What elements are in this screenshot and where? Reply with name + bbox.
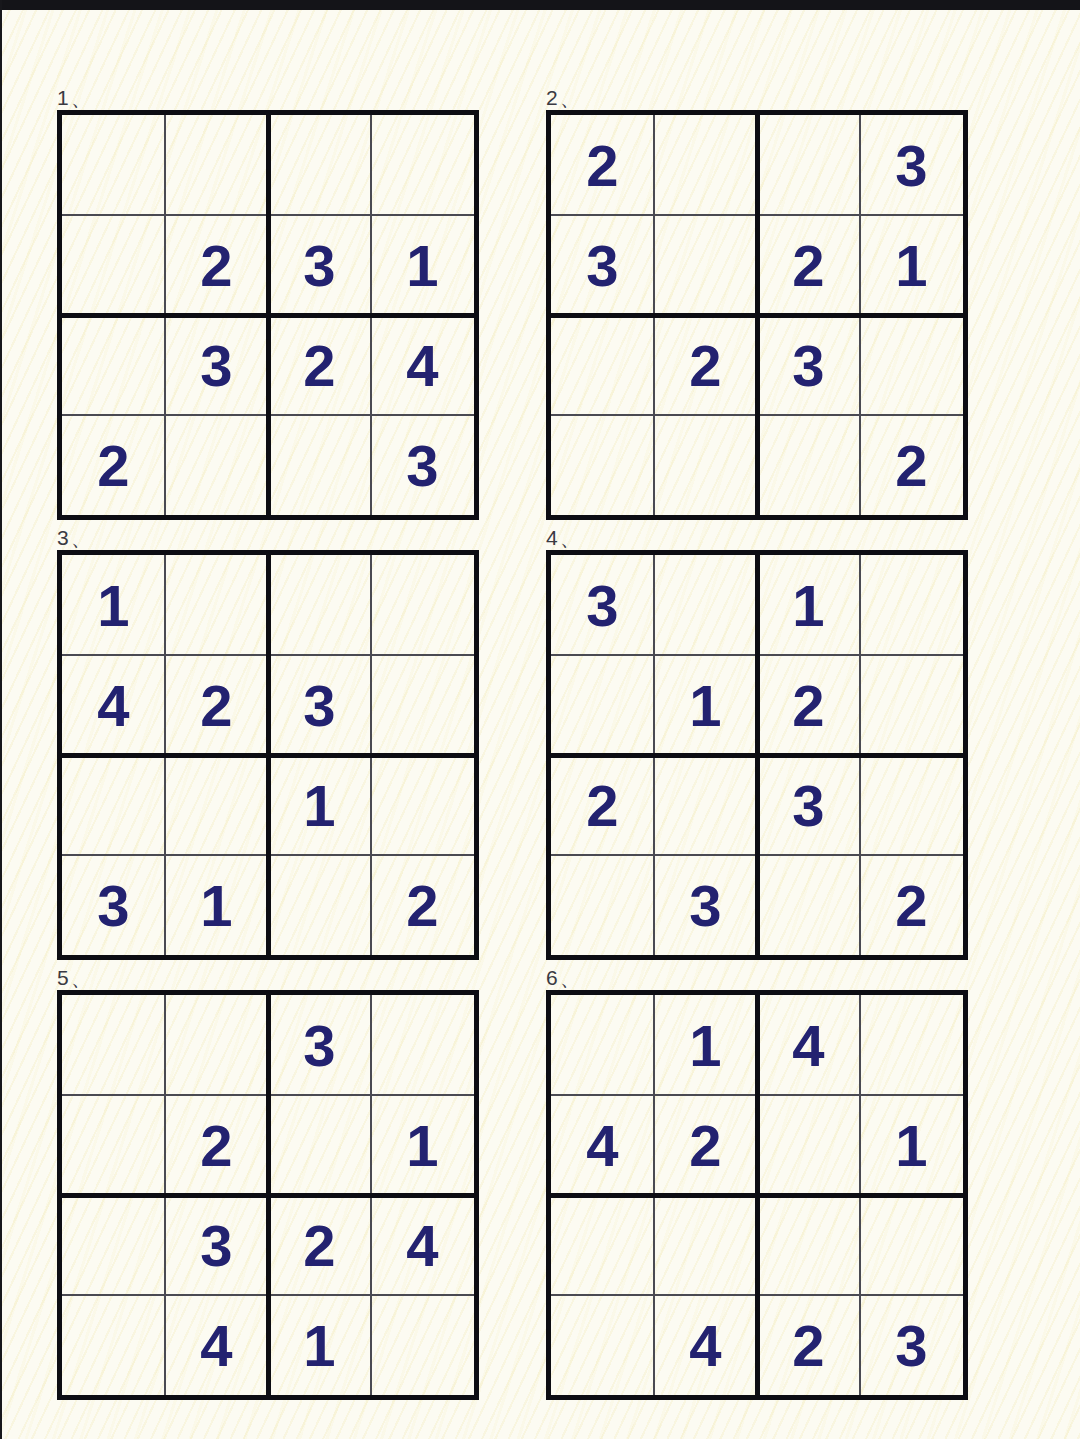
- puzzle-4-label: 4、: [546, 526, 968, 550]
- puzzle-6-board: 14421423: [546, 990, 968, 1400]
- puzzle-2-cell-r3c3: 3: [757, 315, 860, 415]
- puzzle-4-cell-r4c2: 3: [654, 855, 757, 955]
- puzzle-3-label: 3、: [57, 526, 479, 550]
- puzzle-3-board: 14231312: [57, 550, 479, 960]
- puzzle-3-cell-r3c3: 1: [268, 755, 371, 855]
- puzzle-1-cell-r4c1: 2: [62, 415, 165, 515]
- puzzle-6-cell-r1c1[interactable]: [551, 995, 654, 1095]
- puzzle-6-cell-r1c2: 1: [654, 995, 757, 1095]
- puzzle-4-cell-r2c3: 2: [757, 655, 860, 755]
- puzzle-4-cell-r1c1: 3: [551, 555, 654, 655]
- puzzle-5-cell-r4c3: 1: [268, 1295, 371, 1395]
- puzzle-6-cell-r1c4[interactable]: [860, 995, 963, 1095]
- puzzle-3-cell-r1c3[interactable]: [268, 555, 371, 655]
- puzzle-1-cell-r1c2[interactable]: [165, 115, 268, 215]
- top-border-bar: [0, 0, 1080, 10]
- puzzle-6-cell-r4c2: 4: [654, 1295, 757, 1395]
- puzzle-2-cell-r4c1[interactable]: [551, 415, 654, 515]
- puzzle-2-cell-r1c2[interactable]: [654, 115, 757, 215]
- puzzle-3: 3、 14231312: [57, 526, 479, 960]
- puzzle-1-cell-r1c4[interactable]: [371, 115, 474, 215]
- puzzle-2-cell-r1c4: 3: [860, 115, 963, 215]
- puzzle-5-cell-r1c1[interactable]: [62, 995, 165, 1095]
- puzzle-5: 5、 32132441: [57, 966, 479, 1400]
- puzzle-1-cell-r3c4: 4: [371, 315, 474, 415]
- puzzle-4-cell-r4c3[interactable]: [757, 855, 860, 955]
- puzzle-6: 6、 14421423: [546, 966, 968, 1400]
- puzzle-6-cell-r4c1[interactable]: [551, 1295, 654, 1395]
- puzzle-6-cell-r3c4[interactable]: [860, 1195, 963, 1295]
- puzzle-2-cell-r4c4: 2: [860, 415, 963, 515]
- puzzle-4-cell-r2c4[interactable]: [860, 655, 963, 755]
- puzzle-1-cell-r1c3[interactable]: [268, 115, 371, 215]
- puzzle-1-cell-r2c2: 2: [165, 215, 268, 315]
- puzzle-5-cell-r1c3: 3: [268, 995, 371, 1095]
- puzzle-5-cell-r3c1[interactable]: [62, 1195, 165, 1295]
- puzzle-1-cell-r1c1[interactable]: [62, 115, 165, 215]
- puzzle-4-board: 31122332: [546, 550, 968, 960]
- puzzle-3-cell-r1c1: 1: [62, 555, 165, 655]
- puzzle-5-cell-r4c2: 4: [165, 1295, 268, 1395]
- puzzle-3-cell-r4c2: 1: [165, 855, 268, 955]
- puzzle-5-cell-r3c3: 2: [268, 1195, 371, 1295]
- puzzle-5-cell-r2c3[interactable]: [268, 1095, 371, 1195]
- puzzle-2-cell-r2c2[interactable]: [654, 215, 757, 315]
- puzzle-1-cell-r2c4: 1: [371, 215, 474, 315]
- puzzle-4-cell-r1c2[interactable]: [654, 555, 757, 655]
- puzzle-6-cell-r2c2: 2: [654, 1095, 757, 1195]
- puzzle-5-cell-r1c2[interactable]: [165, 995, 268, 1095]
- puzzle-5-cell-r3c2: 3: [165, 1195, 268, 1295]
- puzzle-4-cell-r4c4: 2: [860, 855, 963, 955]
- puzzle-2-board: 23321232: [546, 110, 968, 520]
- puzzle-1-cell-r3c2: 3: [165, 315, 268, 415]
- puzzle-5-cell-r3c4: 4: [371, 1195, 474, 1295]
- puzzle-1-board: 23132423: [57, 110, 479, 520]
- puzzle-6-cell-r1c3: 4: [757, 995, 860, 1095]
- puzzle-3-cell-r1c4[interactable]: [371, 555, 474, 655]
- puzzle-2-cell-r4c2[interactable]: [654, 415, 757, 515]
- puzzle-5-cell-r4c1[interactable]: [62, 1295, 165, 1395]
- puzzle-1-cell-r4c4: 3: [371, 415, 474, 515]
- puzzle-2-cell-r2c1: 3: [551, 215, 654, 315]
- puzzle-6-cell-r3c2[interactable]: [654, 1195, 757, 1295]
- puzzle-3-cell-r4c1: 3: [62, 855, 165, 955]
- puzzle-3-cell-r4c4: 2: [371, 855, 474, 955]
- puzzle-1: 1、 23132423: [57, 86, 479, 520]
- puzzle-5-cell-r2c2: 2: [165, 1095, 268, 1195]
- puzzle-4-cell-r3c3: 3: [757, 755, 860, 855]
- puzzle-6-cell-r3c3[interactable]: [757, 1195, 860, 1295]
- worksheet-page: 1、 23132423 2、 23321232 3、 14231312 4、 3…: [57, 86, 968, 1400]
- puzzle-2-cell-r4c3[interactable]: [757, 415, 860, 515]
- puzzle-2-cell-r3c2: 2: [654, 315, 757, 415]
- puzzle-2-cell-r3c4[interactable]: [860, 315, 963, 415]
- puzzle-4-cell-r3c2[interactable]: [654, 755, 757, 855]
- puzzle-3-cell-r2c2: 2: [165, 655, 268, 755]
- puzzle-4-cell-r3c1: 2: [551, 755, 654, 855]
- puzzle-1-label: 1、: [57, 86, 479, 110]
- puzzle-2-cell-r3c1[interactable]: [551, 315, 654, 415]
- puzzle-5-cell-r2c4: 1: [371, 1095, 474, 1195]
- puzzle-1-cell-r2c3: 3: [268, 215, 371, 315]
- puzzle-3-cell-r4c3[interactable]: [268, 855, 371, 955]
- puzzle-4-cell-r3c4[interactable]: [860, 755, 963, 855]
- puzzle-4-cell-r4c1[interactable]: [551, 855, 654, 955]
- puzzle-2: 2、 23321232: [546, 86, 968, 520]
- puzzle-6-label: 6、: [546, 966, 968, 990]
- left-border-strip: [0, 0, 2, 1439]
- puzzle-1-cell-r4c3[interactable]: [268, 415, 371, 515]
- puzzle-4-cell-r1c4[interactable]: [860, 555, 963, 655]
- puzzle-3-cell-r3c2[interactable]: [165, 755, 268, 855]
- puzzle-4: 4、 31122332: [546, 526, 968, 960]
- puzzle-5-label: 5、: [57, 966, 479, 990]
- puzzle-6-cell-r4c3: 2: [757, 1295, 860, 1395]
- puzzle-5-cell-r1c4[interactable]: [371, 995, 474, 1095]
- puzzle-1-cell-r3c1[interactable]: [62, 315, 165, 415]
- puzzle-2-cell-r2c3: 2: [757, 215, 860, 315]
- puzzle-5-cell-r4c4[interactable]: [371, 1295, 474, 1395]
- puzzle-1-cell-r4c2[interactable]: [165, 415, 268, 515]
- puzzle-6-cell-r2c1: 4: [551, 1095, 654, 1195]
- puzzle-6-cell-r4c4: 3: [860, 1295, 963, 1395]
- puzzle-4-cell-r2c1[interactable]: [551, 655, 654, 755]
- puzzle-3-cell-r2c3: 3: [268, 655, 371, 755]
- worksheet-scan: 1、 23132423 2、 23321232 3、 14231312 4、 3…: [0, 0, 1080, 1439]
- puzzle-2-label: 2、: [546, 86, 968, 110]
- puzzle-6-cell-r3c1[interactable]: [551, 1195, 654, 1295]
- puzzle-3-cell-r3c4[interactable]: [371, 755, 474, 855]
- puzzle-6-cell-r2c3[interactable]: [757, 1095, 860, 1195]
- puzzle-6-cell-r2c4: 1: [860, 1095, 963, 1195]
- puzzle-3-cell-r3c1[interactable]: [62, 755, 165, 855]
- puzzle-3-cell-r2c1: 4: [62, 655, 165, 755]
- puzzle-3-cell-r1c2[interactable]: [165, 555, 268, 655]
- puzzle-3-cell-r2c4[interactable]: [371, 655, 474, 755]
- puzzle-5-cell-r2c1[interactable]: [62, 1095, 165, 1195]
- puzzle-5-board: 32132441: [57, 990, 479, 1400]
- puzzle-4-cell-r1c3: 1: [757, 555, 860, 655]
- puzzle-2-cell-r2c4: 1: [860, 215, 963, 315]
- puzzle-4-cell-r2c2: 1: [654, 655, 757, 755]
- puzzle-2-cell-r1c1: 2: [551, 115, 654, 215]
- puzzle-1-cell-r2c1[interactable]: [62, 215, 165, 315]
- puzzle-1-cell-r3c3: 2: [268, 315, 371, 415]
- puzzle-2-cell-r1c3[interactable]: [757, 115, 860, 215]
